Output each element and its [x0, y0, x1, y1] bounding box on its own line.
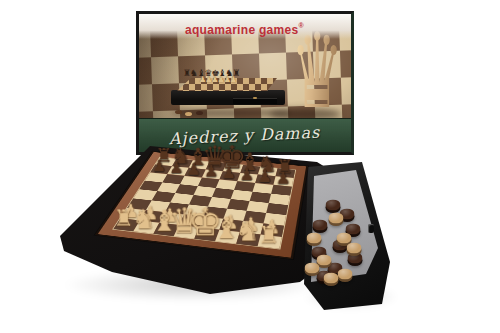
white-rook[interactable]: ♜	[113, 208, 134, 230]
white-knight[interactable]: ♞	[235, 219, 259, 245]
square-h6[interactable]	[271, 185, 292, 196]
square-h7[interactable]: ♟	[273, 176, 293, 186]
square-h1[interactable]: ♜	[258, 234, 282, 248]
square-e7[interactable]: ♟	[219, 171, 240, 181]
chess-board-grid: ♜♞♝♛♚♝♞♜♟♟♟♟♟♟♟♟♟♟♟♟♟♟♟♟♜♞♝♛♚♝♞♜	[114, 157, 296, 249]
square-d5[interactable]	[194, 186, 216, 197]
black-pawn[interactable]: ♟	[239, 167, 254, 182]
square-g1[interactable]: ♞	[236, 232, 260, 246]
white-rook[interactable]: ♜	[258, 225, 280, 248]
chess-board: ♜♞♝♛♚♝♞♜♟♟♟♟♟♟♟♟♟♟♟♟♟♟♟♟♜♞♝♛♚♝♞♜	[95, 151, 308, 259]
black-pawn[interactable]: ♟	[221, 165, 236, 180]
square-g7[interactable]: ♟	[255, 175, 275, 185]
black-pawn[interactable]: ♟	[186, 162, 200, 177]
black-pawn[interactable]: ♟	[169, 160, 183, 175]
black-pawn[interactable]: ♟	[152, 158, 166, 173]
board-scene: ♜♞♝♛♚♝♞♜♟♟♟♟♟♟♟♟♟♟♟♟♟♟♟♟♜♞♝♛♚♝♞♜	[0, 0, 500, 333]
black-pawn[interactable]: ♟	[275, 170, 290, 186]
black-pawn[interactable]: ♟	[257, 168, 272, 184]
black-pawn[interactable]: ♟	[203, 163, 217, 178]
product-photo: ♜♞♝♛♚♝♞♜ ♟♟♟♟♟♟ ♛ aquamarine games® Ajed…	[0, 0, 500, 333]
